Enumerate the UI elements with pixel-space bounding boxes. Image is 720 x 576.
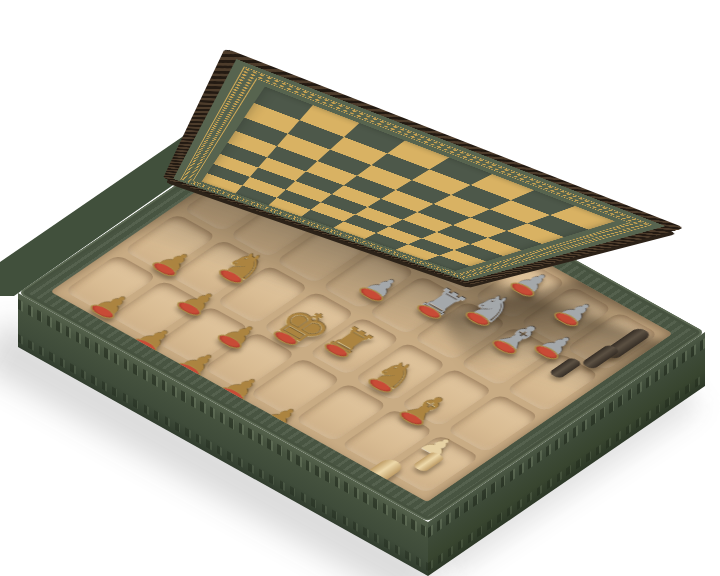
silver-pawn-stored: ♟ bbox=[357, 273, 406, 303]
knight-glyph: ♞ bbox=[364, 356, 426, 395]
gold-pawn-stored: ♟ bbox=[175, 287, 224, 317]
pawn-glyph: ♟ bbox=[222, 373, 266, 401]
gold-pawn-stored: ♟ bbox=[256, 403, 305, 433]
silver-pawn-stored: ♟ bbox=[552, 298, 601, 328]
wood-cylinder-piece bbox=[412, 451, 446, 473]
pawn-glyph: ♟ bbox=[134, 324, 178, 352]
gold-knight-stored: ♞ bbox=[211, 246, 277, 287]
gold-pawn-stored: ♟ bbox=[218, 373, 267, 403]
chess-set-product-photo: ♟♟♟♞♟♟♟♚♜♟♟♞♝♟♜♞♝♟♟♟♟ bbox=[0, 0, 720, 576]
gold-knight-stored: ♞ bbox=[360, 356, 426, 397]
gold-pawn-stored: ♟ bbox=[215, 320, 264, 350]
gold-pawn-stored: ♟ bbox=[130, 324, 179, 354]
pawn-glyph: ♟ bbox=[260, 403, 304, 431]
bishop-glyph: ♝ bbox=[396, 388, 458, 427]
gold-pawn-stored: ♟ bbox=[150, 248, 199, 278]
pawn-glyph: ♟ bbox=[178, 349, 222, 377]
knight-glyph: ♞ bbox=[215, 246, 277, 285]
gold-pawn-stored: ♟ bbox=[88, 290, 137, 320]
gold-bishop-stored: ♝ bbox=[392, 388, 458, 429]
gold-pawn-stored: ♟ bbox=[174, 349, 223, 379]
